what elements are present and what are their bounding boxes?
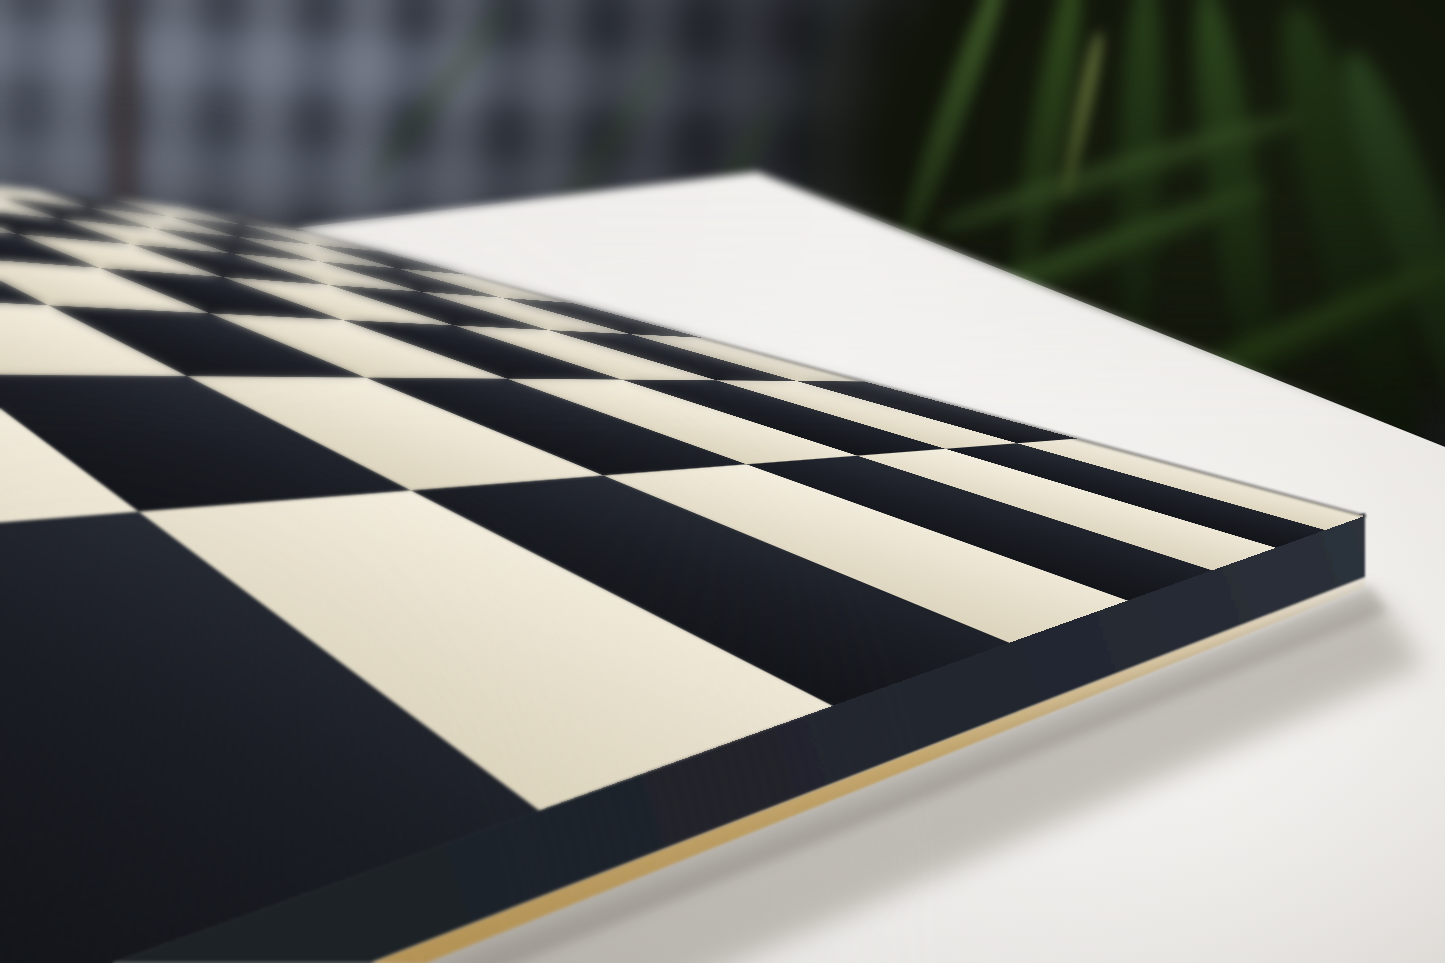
photo-scene xyxy=(0,0,1445,963)
